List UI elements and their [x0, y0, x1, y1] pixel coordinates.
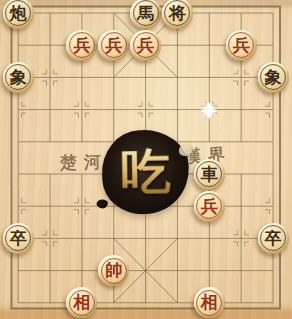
piece-black-elephant[interactable]: 象 — [3, 62, 34, 93]
piece-character: 馬 — [137, 5, 154, 22]
piece-character: 兵 — [105, 37, 122, 54]
piece-black-general[interactable]: 将 — [162, 0, 193, 29]
piece-red-soldier[interactable]: 兵 — [226, 30, 257, 61]
piece-character: 卒 — [265, 230, 282, 247]
logo-text: 吃 — [120, 147, 171, 198]
piece-black-soldier[interactable]: 卒 — [3, 223, 34, 254]
piece-character: 帥 — [105, 262, 122, 279]
piece-character: 兵 — [233, 37, 250, 54]
piece-black-elephant[interactable]: 象 — [258, 62, 289, 93]
piece-red-soldier[interactable]: 兵 — [130, 30, 161, 61]
xiangqi-board: 楚河 漢界 炮馬将兵兵兵兵象象車兵卒卒帥相相 吃 — [0, 0, 292, 319]
piece-character: 兵 — [201, 198, 218, 215]
piece-character: 車 — [201, 166, 218, 183]
piece-character: 兵 — [73, 37, 90, 54]
piece-character: 卒 — [10, 230, 27, 247]
piece-black-horse[interactable]: 馬 — [130, 0, 161, 29]
piece-black-soldier[interactable]: 卒 — [258, 223, 289, 254]
piece-character: 象 — [265, 69, 282, 86]
piece-character: 象 — [10, 69, 27, 86]
piece-black-chariot[interactable]: 車 — [194, 159, 225, 190]
river-label-chuhe: 楚河 — [60, 151, 108, 175]
piece-red-soldier[interactable]: 兵 — [98, 30, 129, 61]
piece-character: 兵 — [137, 37, 154, 54]
piece-character: 相 — [73, 294, 90, 311]
piece-character: 炮 — [10, 5, 27, 22]
piece-red-elephant[interactable]: 相 — [194, 287, 225, 318]
piece-character: 相 — [201, 294, 218, 311]
piece-red-soldier[interactable]: 兵 — [194, 191, 225, 222]
piece-character: 将 — [169, 5, 186, 22]
piece-black-cannon[interactable]: 炮 — [3, 0, 34, 29]
piece-red-soldier[interactable]: 兵 — [66, 30, 97, 61]
sparkle-effect — [199, 101, 218, 120]
